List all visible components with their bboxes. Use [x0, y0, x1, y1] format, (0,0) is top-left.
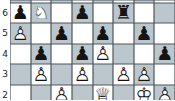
pawn-glyph: ♟ [32, 42, 49, 64]
square-b4: ♟ [31, 44, 52, 65]
square-e5: ♟ [93, 23, 114, 44]
pawn-glyph: ♟ [136, 22, 153, 44]
pawn-glyph: ♟ [12, 1, 29, 23]
pawn-glyph: ♙ [53, 83, 70, 100]
knight-glyph: ♘ [32, 1, 49, 23]
rook-glyph: ♜ [115, 1, 132, 23]
white-king: ♚♔ [136, 85, 153, 100]
rank-label-4: 4 [0, 44, 10, 65]
white-pawn: ♟♙ [156, 85, 173, 100]
board-row-rank-2: ♟♙♛♕♚♔♟♙ [10, 85, 175, 101]
chess-board: ♟♞♘♟♜♟♙♟♟♟♟♟♟♙♟♟♙♟♙♟♙♟♙♟♙♛♕♚♔♟♙ [10, 0, 175, 100]
white-pawn: ♟♙ [94, 44, 111, 63]
king-glyph: ♔ [136, 83, 153, 100]
pawn-glyph: ♙ [136, 63, 153, 85]
black-pawn: ♟ [74, 44, 91, 63]
square-f6: ♜ [113, 3, 134, 24]
white-pawn: ♟♙ [12, 24, 29, 43]
rank-label-6: 6 [0, 3, 10, 24]
square-e4: ♟♙ [93, 44, 114, 65]
square-h4: ♟ [154, 44, 175, 65]
black-pawn: ♟ [12, 3, 29, 22]
square-g6 [134, 3, 155, 24]
square-d2 [72, 85, 93, 101]
square-a3 [10, 64, 31, 85]
white-pawn: ♟♙ [115, 65, 132, 84]
square-e3 [93, 64, 114, 85]
pawn-glyph: ♙ [12, 22, 29, 44]
square-c5: ♟ [51, 23, 72, 44]
rank-label-3: 3 [0, 64, 10, 85]
black-pawn: ♟ [136, 24, 153, 43]
rank-labels: 65432 [0, 3, 10, 101]
square-f5 [113, 23, 134, 44]
square-h5 [154, 23, 175, 44]
square-h6 [154, 3, 175, 24]
pawn-glyph: ♙ [32, 63, 49, 85]
black-pawn: ♟ [74, 3, 91, 22]
board-row-rank-3: ♟♙♟♙♟♙♟♙ [10, 64, 175, 85]
chess-diagram: 65432 ♟♞♘♟♜♟♙♟♟♟♟♟♟♙♟♟♙♟♙♟♙♟♙♟♙♛♕♚♔♟♙ [0, 0, 175, 100]
square-f2 [113, 85, 134, 101]
pawn-glyph: ♙ [94, 42, 111, 64]
square-f4 [113, 44, 134, 65]
black-pawn: ♟ [32, 44, 49, 63]
white-pawn: ♟♙ [74, 65, 91, 84]
square-d5 [72, 23, 93, 44]
square-b2 [31, 85, 52, 101]
square-g5: ♟ [134, 23, 155, 44]
square-a6: ♟ [10, 3, 31, 24]
board-row-rank-6: ♟♞♘♟♜ [10, 3, 175, 24]
square-c2: ♟♙ [51, 85, 72, 101]
rank-label-2: 2 [0, 85, 10, 101]
square-h2: ♟♙ [154, 85, 175, 101]
board-row-rank-5: ♟♙♟♟♟ [10, 23, 175, 44]
white-knight: ♞♘ [32, 3, 49, 22]
square-g4 [134, 44, 155, 65]
square-f3: ♟♙ [113, 64, 134, 85]
white-pawn: ♟♙ [53, 85, 70, 100]
square-d4: ♟ [72, 44, 93, 65]
square-d6: ♟ [72, 3, 93, 24]
black-pawn: ♟ [156, 44, 173, 63]
square-a4 [10, 44, 31, 65]
pawn-glyph: ♙ [115, 63, 132, 85]
square-e6 [93, 3, 114, 24]
square-a5: ♟♙ [10, 23, 31, 44]
pawn-glyph: ♟ [74, 1, 91, 23]
board-row-rank-4: ♟♟♟♙♟ [10, 44, 175, 65]
square-c3 [51, 64, 72, 85]
queen-glyph: ♕ [94, 83, 111, 100]
black-pawn: ♟ [53, 24, 70, 43]
square-b6: ♞♘ [31, 3, 52, 24]
pawn-glyph: ♙ [156, 83, 173, 100]
pawn-glyph: ♟ [156, 42, 173, 64]
white-pawn: ♟♙ [136, 65, 153, 84]
square-d3: ♟♙ [72, 64, 93, 85]
square-c6 [51, 3, 72, 24]
pawn-glyph: ♙ [74, 63, 91, 85]
pawn-glyph: ♟ [74, 42, 91, 64]
pawn-glyph: ♟ [53, 22, 70, 44]
square-g2: ♚♔ [134, 85, 155, 101]
square-e2: ♛♕ [93, 85, 114, 101]
square-b3: ♟♙ [31, 64, 52, 85]
pawn-glyph: ♟ [94, 22, 111, 44]
rank-label-5: 5 [0, 23, 10, 44]
square-b5 [31, 23, 52, 44]
square-c4 [51, 44, 72, 65]
black-pawn: ♟ [94, 24, 111, 43]
square-a2 [10, 85, 31, 101]
black-rook: ♜ [115, 3, 132, 22]
white-queen: ♛♕ [94, 85, 111, 100]
square-h3 [154, 64, 175, 85]
square-g3: ♟♙ [134, 64, 155, 85]
white-pawn: ♟♙ [32, 65, 49, 84]
